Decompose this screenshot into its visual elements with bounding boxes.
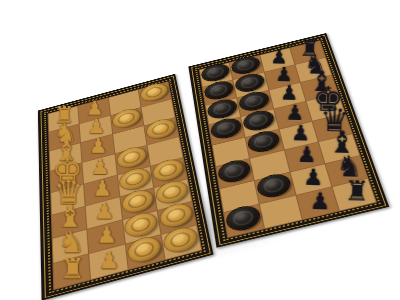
light-draughtsman: [112, 107, 140, 130]
board-left-half: ♜♟♞♟♝♟♚♟♛♟♝♟♞♟♜♟: [38, 74, 214, 300]
black-pawn: ♟: [285, 102, 304, 123]
square-c8: [108, 90, 140, 115]
black-knight: ♞: [336, 151, 363, 181]
left-half-squares: ♜♟♞♟♝♟♚♟♛♟♝♟♞♟♜♟: [48, 81, 203, 290]
square-a6: ♝: [50, 143, 82, 171]
white-bishop: ♝: [53, 137, 78, 165]
dark-draughtsman: [204, 79, 233, 101]
dark-draughtsman: [239, 90, 270, 113]
square-a5: ♚: [50, 163, 83, 192]
white-knight: ♞: [58, 227, 84, 256]
square-a8: ♜: [48, 106, 78, 132]
black-pawn: ♟: [297, 144, 317, 167]
square-a7: ♞: [49, 124, 80, 151]
dark-draughtsman: [248, 129, 281, 154]
light-draughtsman: [140, 81, 168, 103]
board-scene: ♜♟♞♟♝♟♚♟♛♟♝♟♞♟♜♟ ♟♜♟♞♟♝♟♚♟♛♟♝♟♞♟♜: [0, 0, 400, 300]
square-f7: [234, 73, 268, 98]
square-f4: [246, 129, 283, 157]
product-photo-chess-draughts-set: ♜♟♞♟♝♟♚♟♛♟♝♟♞♟♜♟ ♟♜♟♞♟♝♟♚♟♛♟♝♟♞♟♜: [0, 0, 400, 300]
square-e7: [203, 80, 237, 105]
black-bishop: ♝: [328, 127, 356, 158]
dark-draughtsman: [243, 109, 275, 133]
dark-draughtsman: [231, 55, 260, 76]
white-pawn: ♟: [87, 117, 105, 137]
board-tilt-wrapper: ♜♟♞♟♝♟♚♟♛♟♝♟♞♟♜♟ ♟♜♟♞♟♝♟♚♟♛♟♝♟♞♟♜: [1, 0, 390, 300]
dark-draughtsman: [226, 204, 261, 233]
square-d1: [161, 225, 201, 259]
square-b7: ♟: [80, 116, 112, 142]
square-h6: ♝: [301, 75, 338, 101]
square-g5: ♟: [274, 102, 311, 129]
black-rook: ♜: [299, 36, 320, 60]
light-draughtsman: [116, 145, 146, 170]
white-pawn: ♟: [93, 178, 112, 200]
square-g8: ♟: [260, 48, 294, 72]
square-g7: ♟: [264, 65, 299, 90]
light-draughtsman: [121, 188, 153, 215]
square-e5: [209, 117, 245, 144]
light-draughtsman: [159, 201, 193, 229]
square-c6: [113, 126, 147, 153]
dark-draughtsman: [207, 98, 237, 121]
black-rook: ♜: [345, 177, 371, 205]
black-pawn: ♟: [309, 190, 331, 214]
square-g2: ♟: [290, 164, 331, 195]
white-pawn: ♟: [91, 157, 110, 178]
square-h5: ♚: [306, 94, 344, 121]
square-g4: ♟: [279, 121, 317, 149]
dark-draughtsman: [235, 72, 265, 94]
black-pawn: ♟: [303, 166, 324, 189]
square-h7: ♞: [295, 58, 331, 83]
square-e6: [206, 98, 241, 124]
white-pawn: ♟: [96, 224, 116, 247]
black-queen: ♛: [320, 103, 350, 136]
opened-folding-board: ♜♟♞♟♝♟♚♟♛♟♝♟♞♟♜♟ ♟♜♟♞♟♝♟♚♟♛♟♝♟♞♟♜: [38, 35, 394, 300]
light-draughtsman: [127, 235, 161, 265]
square-c1: [125, 235, 164, 269]
white-pawn: ♟: [94, 201, 114, 223]
square-g6: ♟: [269, 83, 305, 109]
square-f1: [260, 196, 301, 228]
light-draughtsman: [152, 157, 184, 183]
square-f8: [230, 56, 263, 80]
white-king: ♚: [52, 153, 82, 187]
light-draughtsman: [146, 117, 176, 141]
square-d6: [144, 118, 178, 145]
square-e8: [200, 63, 233, 87]
right-half-squares: ♟♜♟♞♟♝♟♚♟♛♟♝♟♞♟♜: [199, 40, 377, 238]
square-d7: [141, 100, 174, 126]
square-f6: [237, 91, 272, 117]
square-b8: ♟: [78, 98, 109, 123]
white-pawn: ♟: [86, 99, 103, 118]
white-pawn: ♟: [89, 137, 107, 157]
square-e1: [224, 204, 264, 237]
black-pawn: ♟: [280, 83, 299, 104]
light-draughtsman: [119, 166, 150, 192]
square-d8: [138, 82, 171, 107]
square-c7: [111, 108, 144, 134]
square-g1: ♟: [296, 187, 338, 219]
light-draughtsman: [124, 211, 157, 240]
black-bishop: ♝: [309, 68, 335, 97]
dark-draughtsman: [201, 62, 230, 83]
dark-draughtsman: [218, 158, 251, 184]
light-draughtsman: [155, 179, 188, 206]
dark-draughtsman: [211, 117, 242, 141]
black-king: ♚: [313, 81, 344, 116]
square-h8: ♜: [290, 41, 325, 65]
white-rook: ♜: [54, 103, 75, 126]
black-pawn: ♟: [291, 123, 311, 145]
black-pawn: ♟: [275, 65, 293, 85]
white-knight: ♞: [53, 120, 76, 146]
square-b6: ♟: [81, 135, 114, 163]
black-knight: ♞: [304, 52, 328, 78]
board-right-half: ♟♜♟♞♟♝♟♚♟♛♟♝♟♞♟♜: [188, 33, 389, 248]
black-pawn: ♟: [270, 48, 288, 68]
white-pawn: ♟: [99, 249, 120, 272]
white-queen: ♛: [54, 176, 83, 209]
